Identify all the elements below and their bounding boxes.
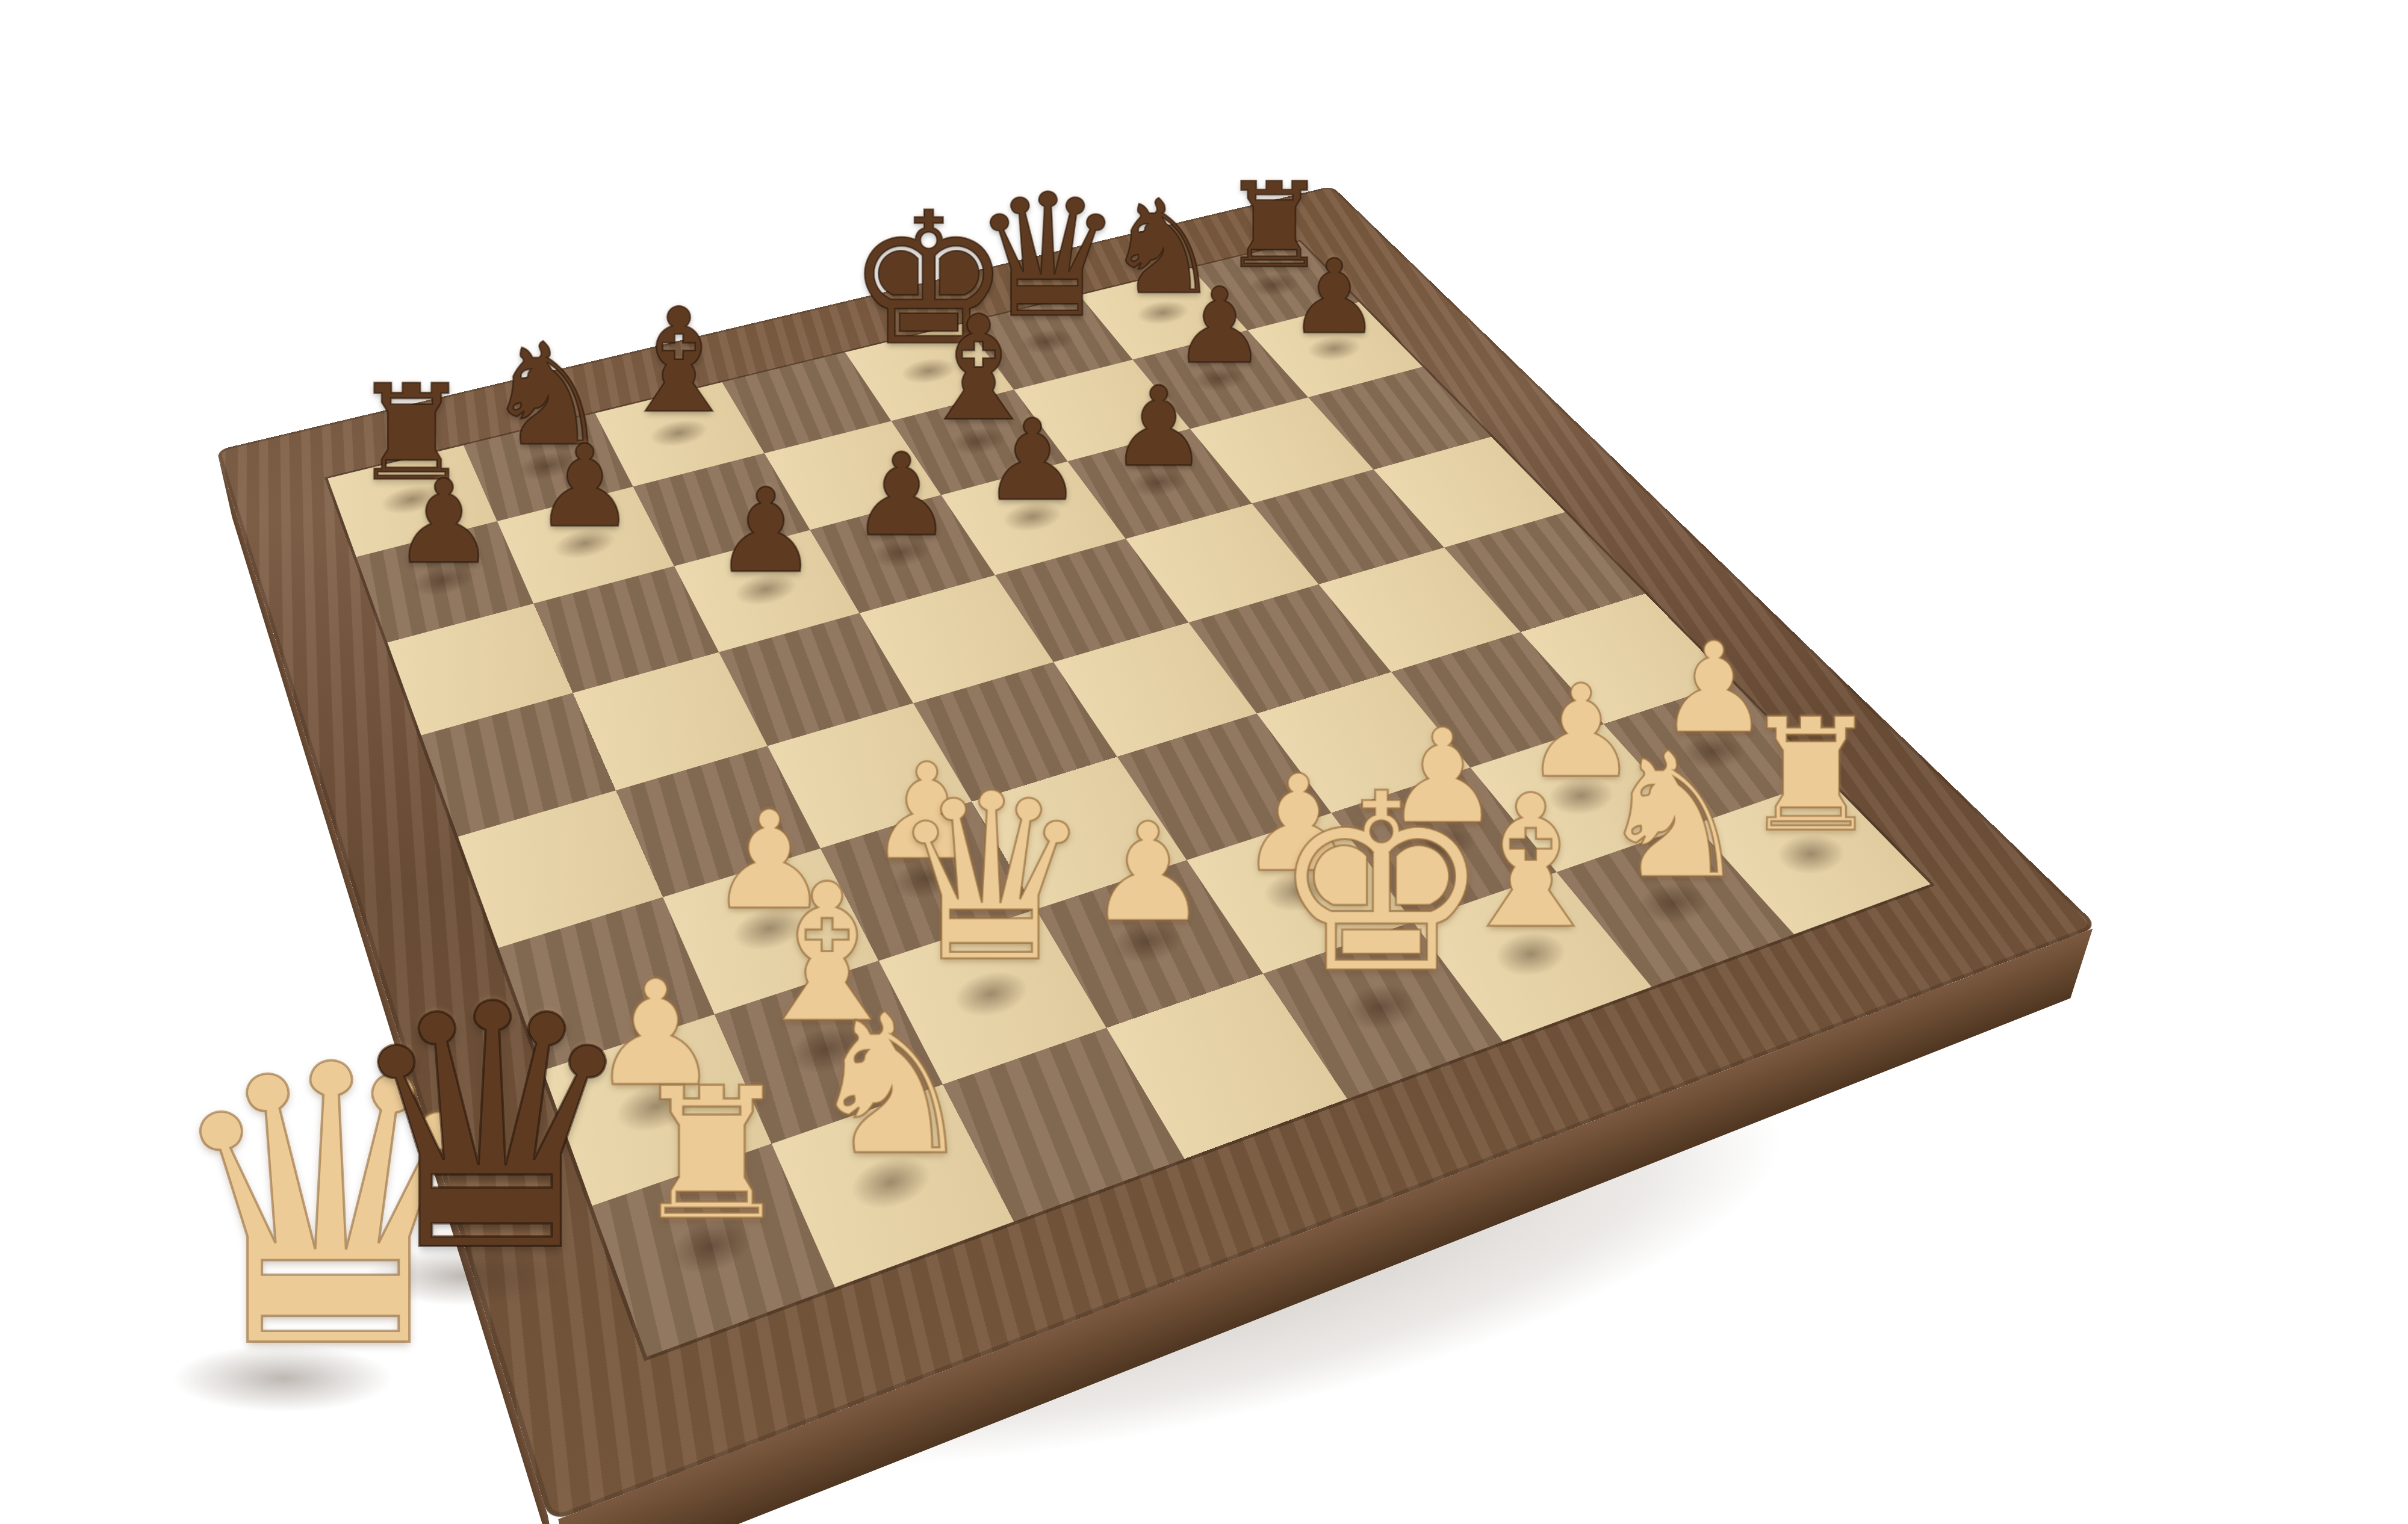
piece-black-pawn-c6[interactable]: ♟: [661, 473, 870, 589]
chess-photo-scene: ♜♞♝♚♛♞♜♟♟♝♟♟♟♟♟♟♟♟♟♝♛♟♟♟♟♟♜♞♚♝♞♜ ♛♛: [0, 0, 2408, 1524]
piece-white-king-e1[interactable]: ♚: [1255, 761, 1507, 1007]
piece-black-pawn-a7[interactable]: ♟: [340, 464, 548, 580]
spare-black-queen[interactable]: ♛: [341, 961, 643, 1298]
